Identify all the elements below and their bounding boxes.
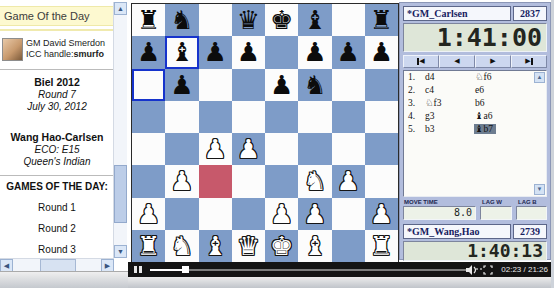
white-piece-q-d1: ♛ (237, 233, 260, 259)
move-row-4: 4.g3♝a6 (404, 110, 546, 123)
sidebar-item-round-1[interactable]: Round 1 (0, 202, 114, 213)
black-move[interactable]: ♝b7 (474, 124, 496, 134)
move-row-5: 5.b3♝b7 (404, 123, 546, 136)
scroll-up-icon[interactable]: ▲ (114, 2, 127, 15)
last-move-icon (531, 58, 533, 65)
presenter-photo (2, 38, 23, 61)
vertical-scrollbar[interactable]: ▲ ▼ (113, 2, 127, 258)
square-e5[interactable] (265, 101, 298, 133)
white-piece-p-h2: ♟ (370, 201, 393, 227)
event-name: Biel 2012 (0, 76, 114, 88)
move-list: ▲ ▼ 1.d4♘f62.c4e63.♘f3b64.g3♝a65.b3♝b7 (403, 70, 547, 197)
square-d7[interactable]: ♟ (232, 36, 265, 68)
black-move[interactable]: b6 (474, 98, 488, 108)
square-e4[interactable] (265, 133, 298, 165)
black-piece-r-a8: ♜ (137, 7, 160, 33)
square-g5[interactable] (332, 101, 365, 133)
square-e1[interactable]: ♚ (265, 230, 298, 262)
scroll-down-icon[interactable]: ▼ (114, 245, 127, 258)
presenter-block: GM David Smerdon ICC handle:smurfo (2, 38, 114, 61)
white-player-rating: 2739 (513, 224, 547, 239)
fullscreen-icon[interactable] (483, 265, 493, 275)
square-e8[interactable]: ♚ (265, 4, 298, 36)
window-bottom-edge (128, 277, 554, 288)
square-b2[interactable] (165, 198, 198, 230)
games-of-the-day-header: GAMES OF THE DAY: (0, 181, 114, 192)
sidebar-item-round-3[interactable]: Round 3 (0, 244, 114, 255)
move-row-2: 2.c4e6 (404, 84, 546, 97)
black-piece-r-h8: ♜ (370, 7, 393, 33)
square-f2[interactable]: ♟ (298, 198, 331, 230)
sidebar-item-round-2[interactable]: Round 2 (0, 223, 114, 234)
divider (0, 175, 114, 176)
white-move[interactable]: ♘f3 (424, 98, 444, 108)
square-c8[interactable] (199, 4, 232, 36)
square-f8[interactable]: ♝ (298, 4, 331, 36)
black-piece-p-e6: ♟ (270, 72, 293, 98)
square-h3[interactable] (365, 165, 398, 197)
presenter-text: GM David Smerdon ICC handle:smurfo (26, 38, 105, 61)
white-piece-p-d4: ♟ (237, 136, 260, 162)
sidebar: Game Of the Day GM David Smerdon ICC han… (0, 0, 128, 271)
square-c3[interactable] (199, 165, 232, 197)
move-time-label: MOVE TIME (404, 199, 438, 205)
video-time: 02:23 / 21:26 (501, 265, 548, 274)
square-g3[interactable]: ♟ (332, 165, 365, 197)
square-c5[interactable] (199, 101, 232, 133)
black-piece-p-a7: ♟ (137, 39, 160, 65)
move-number: 3. (408, 98, 415, 108)
square-b4[interactable] (165, 133, 198, 165)
pause-icon[interactable] (139, 266, 142, 273)
white-move[interactable]: c4 (424, 85, 437, 95)
white-player-header: *GM_Wang,Hao 2739 (403, 224, 547, 239)
white-piece-p-b3: ♟ (170, 168, 193, 194)
white-piece-p-c4: ♟ (203, 136, 226, 162)
square-h7[interactable]: ♟ (365, 36, 398, 68)
square-e2[interactable]: ♟ (265, 198, 298, 230)
handle-value: smurfo (74, 49, 105, 59)
presenter-name: GM David Smerdon (26, 38, 105, 49)
black-piece-p-b6: ♟ (170, 72, 193, 98)
square-a3[interactable] (132, 165, 165, 197)
square-f5[interactable] (298, 101, 331, 133)
black-move[interactable]: ♝a6 (474, 111, 495, 121)
white-piece-k-e1: ♚ (270, 233, 293, 259)
black-move[interactable]: ♘f6 (474, 72, 494, 82)
square-d2[interactable] (232, 198, 265, 230)
event-date: July 30, 2012 (0, 101, 114, 112)
black-piece-p-d7: ♟ (237, 39, 260, 65)
presenter-handle-line: ICC handle:smurfo (26, 49, 105, 60)
square-a6[interactable] (132, 69, 165, 101)
move-number: 4. (408, 111, 415, 121)
square-h1[interactable]: ♜ (365, 230, 398, 262)
square-a7[interactable]: ♟ (132, 36, 165, 68)
square-g4[interactable] (332, 133, 365, 165)
lag-w-label: LAG W (482, 199, 502, 205)
scrollbar-thumb[interactable] (114, 165, 127, 223)
first-move-button[interactable]: ◀ (403, 55, 439, 68)
black-player-rating: 2837 (513, 6, 547, 21)
black-piece-b-b7: ♝ (170, 39, 193, 65)
move-time-field[interactable]: 8.0 (403, 206, 476, 220)
black-piece-n-b8: ♞ (170, 7, 193, 33)
chess-board: ♜♞♛♚♝♜♟♝♟♟♟♟♟♟♟♞♟♟♟♞♟♟♟♟♟♜♞♝♛♚♝♜ (131, 3, 399, 263)
square-c7[interactable]: ♟ (199, 36, 232, 68)
square-b1[interactable]: ♞ (165, 230, 198, 262)
prev-move-button[interactable]: ◀ (439, 55, 475, 68)
square-c1[interactable]: ♝ (199, 230, 232, 262)
white-clock: 1:40:13 (403, 241, 547, 261)
white-piece-p-e2: ♟ (270, 201, 293, 227)
white-player-name: *GM_Wang,Hao (403, 224, 511, 239)
black-player-header: *GM_Carlsen 2837 (403, 6, 547, 21)
video-frame: ♜♞♛♚♝♜♟♝♟♟♟♟♟♟♟♞♟♟♟♞♟♟♟♟♟♜♞♝♛♚♝♜ *GM_Car… (128, 0, 551, 262)
square-g2[interactable] (332, 198, 365, 230)
white-piece-r-h1: ♜ (370, 233, 393, 259)
black-piece-p-g7: ♟ (336, 39, 359, 65)
square-f6[interactable]: ♞ (298, 69, 331, 101)
square-h8[interactable]: ♜ (365, 4, 398, 36)
black-piece-p-h7: ♟ (370, 39, 393, 65)
black-piece-k-e8: ♚ (270, 7, 293, 33)
game-panel: *GM_Carlsen 2837 1:41:00 ◀ ◀ ▶ ▶ ▲ ▼ 1.d… (399, 2, 551, 260)
black-piece-p-f7: ♟ (303, 39, 326, 65)
move-number: 1. (408, 72, 415, 82)
move-number: 2. (408, 85, 415, 95)
square-f1[interactable]: ♝ (298, 230, 331, 262)
square-b5[interactable] (165, 101, 198, 133)
lag-w-field[interactable] (480, 206, 512, 220)
square-d6[interactable] (232, 69, 265, 101)
square-e7[interactable] (265, 36, 298, 68)
horizontal-scrollbar[interactable]: ◀ ▶ (0, 258, 114, 272)
black-piece-q-d8: ♛ (237, 7, 260, 33)
sidebar-content: Game Of the Day GM David Smerdon ICC han… (0, 2, 114, 258)
square-e6[interactable]: ♟ (265, 69, 298, 101)
next-move-icon: ▶ (490, 58, 495, 65)
white-piece-n-f3: ♞ (303, 168, 326, 194)
white-piece-b-c1: ♝ (203, 233, 226, 259)
move-number: 5. (408, 124, 415, 134)
move-nav-bar: ◀ ◀ ▶ ▶ (403, 55, 547, 68)
square-d3[interactable] (232, 165, 265, 197)
black-move[interactable]: e6 (474, 85, 487, 95)
handle-label: ICC handle: (26, 49, 74, 59)
white-move[interactable]: g3 (424, 111, 438, 121)
square-a1[interactable]: ♜ (132, 230, 165, 262)
square-e3[interactable] (265, 165, 298, 197)
prev-move-icon: ◀ (454, 58, 459, 65)
square-b3[interactable]: ♟ (165, 165, 198, 197)
event-round: Round 7 (0, 89, 114, 100)
white-piece-b-f1: ♝ (303, 233, 326, 259)
square-f3[interactable]: ♞ (298, 165, 331, 197)
next-move-button[interactable]: ▶ (475, 55, 511, 68)
square-a4[interactable] (132, 133, 165, 165)
movelist-scroll-up-icon[interactable]: ▲ (534, 72, 545, 83)
seek-bar[interactable] (150, 269, 470, 271)
black-player-name: *GM_Carlsen (403, 6, 511, 21)
move-row-3: 3.♘f3b6 (404, 97, 546, 110)
page-title: Game Of the Day (0, 6, 114, 26)
square-h2[interactable]: ♟ (365, 198, 398, 230)
eco-code: ECO: E15 (0, 144, 114, 155)
square-g7[interactable]: ♟ (332, 36, 365, 68)
square-d1[interactable]: ♛ (232, 230, 265, 262)
white-piece-p-f2: ♟ (303, 201, 326, 227)
seek-bar-played (150, 269, 185, 271)
square-a8[interactable]: ♜ (132, 4, 165, 36)
square-b6[interactable]: ♟ (165, 69, 198, 101)
white-piece-n-b1: ♞ (170, 233, 193, 259)
square-a2[interactable]: ♟ (132, 198, 165, 230)
square-f4[interactable] (298, 133, 331, 165)
black-clock: 1:41:00 (403, 23, 547, 52)
movelist-scroll-down-icon[interactable]: ▼ (534, 184, 545, 195)
square-c6[interactable] (199, 69, 232, 101)
square-h4[interactable] (365, 133, 398, 165)
app-window: Game Of the Day GM David Smerdon ICC han… (0, 0, 554, 288)
square-d5[interactable] (232, 101, 265, 133)
square-g6[interactable] (332, 69, 365, 101)
sidebar-footer (0, 271, 128, 288)
white-piece-r-a1: ♜ (137, 233, 160, 259)
volume-icon[interactable] (466, 265, 479, 275)
match-players: Wang Hao-Carlsen (0, 131, 114, 143)
white-piece-p-a2: ♟ (137, 201, 160, 227)
lag-b-field[interactable] (516, 206, 547, 220)
black-piece-p-c7: ♟ (203, 39, 226, 65)
white-move[interactable]: d4 (424, 72, 438, 82)
divider (0, 69, 114, 70)
white-piece-p-g3: ♟ (336, 168, 359, 194)
square-c4[interactable]: ♟ (199, 133, 232, 165)
square-h5[interactable] (365, 101, 398, 133)
square-b7[interactable]: ♝ (165, 36, 198, 68)
square-h6[interactable] (365, 69, 398, 101)
black-piece-n-f6: ♞ (303, 72, 326, 98)
square-f7[interactable]: ♟ (298, 36, 331, 68)
square-b8[interactable]: ♞ (165, 4, 198, 36)
square-c2[interactable] (199, 198, 232, 230)
video-control-bar: 02:23 / 21:26 (128, 262, 551, 277)
opening-name: Queen's Indian (0, 156, 114, 167)
lag-b-label: LAG B (518, 199, 537, 205)
move-row-1: 1.d4♘f6 (404, 71, 546, 84)
divider (0, 29, 114, 31)
square-g1[interactable] (332, 230, 365, 262)
square-a5[interactable] (132, 101, 165, 133)
square-g8[interactable] (332, 4, 365, 36)
square-d8[interactable]: ♛ (232, 4, 265, 36)
seek-handle[interactable] (182, 266, 189, 273)
last-move-button[interactable]: ▶ (511, 55, 547, 68)
square-d4[interactable]: ♟ (232, 133, 265, 165)
white-move[interactable]: b3 (424, 124, 438, 134)
pause-icon[interactable] (134, 266, 137, 273)
black-piece-b-f8: ♝ (303, 7, 326, 33)
